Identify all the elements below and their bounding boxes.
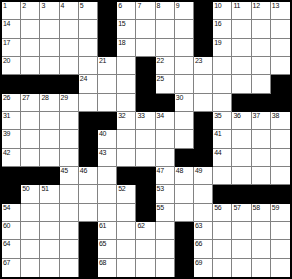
clue-number-61: 61 (99, 222, 106, 230)
white-cell-r4c5[interactable] (79, 57, 98, 75)
white-cell-r9c14[interactable] (252, 149, 271, 167)
clue-number-35: 35 (214, 112, 221, 120)
black-cell-r11c15 (271, 185, 290, 203)
white-cell-r4c12[interactable] (213, 57, 232, 75)
white-cell-r13c9[interactable] (156, 222, 175, 240)
white-cell-r4c11[interactable]: 23 (194, 57, 213, 75)
white-cell-r1c1[interactable]: 1 (2, 2, 21, 20)
white-cell-r13c13[interactable] (232, 222, 251, 240)
white-cell-r4c10[interactable] (175, 57, 194, 75)
white-cell-r14c7[interactable] (117, 240, 136, 258)
clue-number-60: 60 (3, 222, 10, 230)
black-cell-r14c10 (175, 240, 194, 258)
black-cell-r9c11 (194, 149, 213, 167)
white-cell-r12c4[interactable] (60, 204, 79, 222)
white-cell-r5c13[interactable] (232, 75, 251, 93)
white-cell-r4c13[interactable] (232, 57, 251, 75)
white-cell-r1c8[interactable]: 7 (136, 2, 155, 20)
black-cell-r10c1 (2, 167, 21, 185)
black-cell-r10c2 (21, 167, 40, 185)
white-cell-r14c14[interactable] (252, 240, 271, 258)
white-cell-r8c12[interactable]: 41 (213, 130, 232, 148)
white-cell-r8c8[interactable] (136, 130, 155, 148)
white-cell-r5c12[interactable] (213, 75, 232, 93)
white-cell-r2c12[interactable]: 16 (213, 20, 232, 38)
white-cell-r13c3[interactable] (40, 222, 59, 240)
white-cell-r9c1[interactable]: 42 (2, 149, 21, 167)
white-cell-r8c14[interactable] (252, 130, 271, 148)
white-cell-r15c2[interactable] (21, 259, 40, 277)
white-cell-r1c10[interactable]: 9 (175, 2, 194, 20)
clue-number-63: 63 (195, 222, 202, 230)
white-cell-r14c1[interactable]: 64 (2, 240, 21, 258)
clue-number-7: 7 (137, 2, 141, 10)
white-cell-r11c4[interactable] (60, 185, 79, 203)
white-cell-r8c2[interactable] (21, 130, 40, 148)
white-cell-r10c11[interactable]: 49 (194, 167, 213, 185)
white-cell-r2c15[interactable] (271, 20, 290, 38)
white-cell-r4c15[interactable] (271, 57, 290, 75)
white-cell-r12c7[interactable] (117, 204, 136, 222)
white-cell-r14c9[interactable] (156, 240, 175, 258)
black-cell-r7c5 (79, 112, 98, 130)
white-cell-r13c14[interactable] (252, 222, 271, 240)
white-cell-r7c10[interactable] (175, 112, 194, 130)
clue-number-55: 55 (157, 204, 164, 212)
clue-number-56: 56 (214, 204, 221, 212)
black-cell-r11c8 (136, 185, 155, 203)
black-cell-r9c5 (79, 149, 98, 167)
black-cell-r6c9 (156, 94, 175, 112)
black-cell-r6c14 (252, 94, 271, 112)
clue-number-13: 13 (272, 2, 279, 10)
white-cell-r7c12[interactable]: 35 (213, 112, 232, 130)
white-cell-r8c9[interactable] (156, 130, 175, 148)
clue-number-16: 16 (214, 20, 221, 28)
white-cell-r5c10[interactable] (175, 75, 194, 93)
black-cell-r5c1 (2, 75, 21, 93)
clue-number-39: 39 (3, 130, 10, 138)
white-cell-r13c11[interactable]: 63 (194, 222, 213, 240)
clue-number-32: 32 (118, 112, 125, 120)
white-cell-r2c10[interactable] (175, 20, 194, 38)
white-cell-r3c13[interactable] (232, 39, 251, 57)
black-cell-r6c8 (136, 94, 155, 112)
white-cell-r9c15[interactable] (271, 149, 290, 167)
white-cell-r15c6[interactable]: 68 (98, 259, 117, 277)
clue-number-24: 24 (80, 75, 87, 83)
white-cell-r10c6[interactable] (98, 167, 117, 185)
white-cell-r7c15[interactable]: 38 (271, 112, 290, 130)
black-cell-r5c3 (40, 75, 59, 93)
white-cell-r15c12[interactable] (213, 259, 232, 277)
white-cell-r1c12[interactable]: 10 (213, 2, 232, 20)
clue-number-38: 38 (272, 112, 279, 120)
white-cell-r3c9[interactable] (156, 39, 175, 57)
white-cell-r3c2[interactable] (21, 39, 40, 57)
clue-number-5: 5 (80, 2, 84, 10)
clue-number-2: 2 (22, 2, 26, 10)
clue-number-69: 69 (195, 259, 202, 267)
clue-number-31: 31 (3, 112, 10, 120)
black-cell-r11c14 (252, 185, 271, 203)
black-cell-r5c4 (60, 75, 79, 93)
white-cell-r2c7[interactable]: 15 (117, 20, 136, 38)
black-cell-r11c13 (232, 185, 251, 203)
white-cell-r14c4[interactable] (60, 240, 79, 258)
white-cell-r11c7[interactable]: 52 (117, 185, 136, 203)
white-cell-r11c6[interactable] (98, 185, 117, 203)
white-cell-r8c3[interactable] (40, 130, 59, 148)
black-cell-r8c11 (194, 130, 213, 148)
white-cell-r13c6[interactable]: 61 (98, 222, 117, 240)
white-cell-r14c13[interactable] (232, 240, 251, 258)
white-cell-r9c13[interactable] (232, 149, 251, 167)
white-cell-r6c12[interactable] (213, 94, 232, 112)
white-cell-r11c5[interactable] (79, 185, 98, 203)
clue-number-22: 22 (157, 57, 164, 65)
clue-number-11: 11 (233, 2, 240, 10)
white-cell-r8c15[interactable] (271, 130, 290, 148)
clue-number-34: 34 (157, 112, 164, 120)
white-cell-r2c2[interactable] (21, 20, 40, 38)
clue-number-29: 29 (61, 94, 68, 102)
white-cell-r2c8[interactable] (136, 20, 155, 38)
black-cell-r5c8 (136, 75, 155, 93)
white-cell-r6c3[interactable]: 28 (40, 94, 59, 112)
clue-number-21: 21 (99, 57, 106, 65)
white-cell-r2c1[interactable]: 14 (2, 20, 21, 38)
white-cell-r12c10[interactable] (175, 204, 194, 222)
clue-number-3: 3 (41, 2, 45, 10)
black-cell-r5c15 (271, 75, 290, 93)
white-cell-r3c5[interactable] (79, 39, 98, 57)
white-cell-r10c5[interactable]: 46 (79, 167, 98, 185)
clue-number-12: 12 (253, 2, 260, 10)
clue-number-37: 37 (253, 112, 260, 120)
clue-number-57: 57 (233, 204, 240, 212)
white-cell-r4c7[interactable] (117, 57, 136, 75)
white-cell-r6c10[interactable]: 30 (175, 94, 194, 112)
white-cell-r9c4[interactable] (60, 149, 79, 167)
black-cell-r10c8 (136, 167, 155, 185)
black-cell-r4c8 (136, 57, 155, 75)
black-cell-r6c13 (232, 94, 251, 112)
white-cell-r10c9[interactable]: 47 (156, 167, 175, 185)
black-cell-r3c11 (194, 39, 213, 57)
white-cell-r4c4[interactable] (60, 57, 79, 75)
clue-number-6: 6 (118, 2, 122, 10)
clue-number-58: 58 (253, 204, 260, 212)
white-cell-r9c8[interactable] (136, 149, 155, 167)
white-cell-r13c15[interactable] (271, 222, 290, 240)
white-cell-r14c15[interactable] (271, 240, 290, 258)
clue-number-66: 66 (195, 240, 202, 248)
black-cell-r9c10 (175, 149, 194, 167)
clue-number-33: 33 (137, 112, 144, 120)
white-cell-r12c13[interactable]: 57 (232, 204, 251, 222)
white-cell-r5c6[interactable] (98, 75, 117, 93)
white-cell-r3c12[interactable]: 19 (213, 39, 232, 57)
white-cell-r3c7[interactable]: 18 (117, 39, 136, 57)
clue-number-10: 10 (214, 2, 221, 10)
black-cell-r10c7 (117, 167, 136, 185)
white-cell-r10c4[interactable]: 45 (60, 167, 79, 185)
white-cell-r15c11[interactable]: 69 (194, 259, 213, 277)
white-cell-r4c3[interactable] (40, 57, 59, 75)
white-cell-r10c12[interactable] (213, 167, 232, 185)
clue-number-62: 62 (137, 222, 144, 230)
clue-number-68: 68 (99, 259, 106, 267)
white-cell-r13c8[interactable]: 62 (136, 222, 155, 240)
white-cell-r12c3[interactable] (40, 204, 59, 222)
white-cell-r9c6[interactable]: 43 (98, 149, 117, 167)
clue-number-64: 64 (3, 240, 10, 248)
clue-number-30: 30 (176, 94, 183, 102)
white-cell-r1c4[interactable]: 4 (60, 2, 79, 20)
clue-number-14: 14 (3, 20, 10, 28)
white-cell-r1c9[interactable]: 8 (156, 2, 175, 20)
clue-number-19: 19 (214, 39, 221, 47)
white-cell-r9c7[interactable] (117, 149, 136, 167)
clue-number-40: 40 (99, 130, 106, 138)
white-cell-r12c6[interactable] (98, 204, 117, 222)
black-cell-r15c10 (175, 259, 194, 277)
white-cell-r14c3[interactable] (40, 240, 59, 258)
black-cell-r15c5 (79, 259, 98, 277)
black-cell-r6c15 (271, 94, 290, 112)
white-cell-r3c1[interactable]: 17 (2, 39, 21, 57)
white-cell-r1c15[interactable]: 13 (271, 2, 290, 20)
white-cell-r15c8[interactable] (136, 259, 155, 277)
black-cell-r8c5 (79, 130, 98, 148)
clue-number-48: 48 (176, 167, 183, 175)
clue-number-47: 47 (157, 167, 164, 175)
white-cell-r15c7[interactable] (117, 259, 136, 277)
clue-number-4: 4 (61, 2, 65, 10)
clue-number-51: 51 (41, 185, 48, 193)
white-cell-r15c15[interactable] (271, 259, 290, 277)
white-cell-r4c2[interactable] (21, 57, 40, 75)
white-cell-r5c5[interactable]: 24 (79, 75, 98, 93)
white-cell-r14c11[interactable]: 66 (194, 240, 213, 258)
black-cell-r2c6 (98, 20, 117, 38)
white-cell-r7c9[interactable]: 34 (156, 112, 175, 130)
white-cell-r14c6[interactable]: 65 (98, 240, 117, 258)
white-cell-r3c4[interactable] (60, 39, 79, 57)
white-cell-r8c1[interactable]: 39 (2, 130, 21, 148)
white-cell-r15c9[interactable] (156, 259, 175, 277)
white-cell-r12c11[interactable] (194, 204, 213, 222)
white-cell-r6c11[interactable] (194, 94, 213, 112)
clue-number-23: 23 (195, 57, 202, 65)
clue-number-28: 28 (41, 94, 48, 102)
white-cell-r8c10[interactable] (175, 130, 194, 148)
clue-number-9: 9 (176, 2, 180, 10)
white-cell-r10c13[interactable] (232, 167, 251, 185)
white-cell-r12c2[interactable] (21, 204, 40, 222)
white-cell-r9c12[interactable]: 44 (213, 149, 232, 167)
clue-number-27: 27 (22, 94, 29, 102)
black-cell-r10c3 (40, 167, 59, 185)
white-cell-r9c2[interactable] (21, 149, 40, 167)
black-cell-r3c6 (98, 39, 117, 57)
white-cell-r3c15[interactable] (271, 39, 290, 57)
black-cell-r12c8 (136, 204, 155, 222)
clue-number-18: 18 (118, 39, 125, 47)
white-cell-r12c14[interactable]: 58 (252, 204, 271, 222)
white-cell-r10c14[interactable] (252, 167, 271, 185)
clue-number-26: 26 (3, 94, 10, 102)
white-cell-r12c12[interactable]: 56 (213, 204, 232, 222)
black-cell-r11c1 (2, 185, 21, 203)
clue-number-45: 45 (61, 167, 68, 175)
white-cell-r15c3[interactable] (40, 259, 59, 277)
clue-number-49: 49 (195, 167, 202, 175)
clue-number-25: 25 (157, 75, 164, 83)
white-cell-r13c1[interactable]: 60 (2, 222, 21, 240)
white-cell-r3c3[interactable] (40, 39, 59, 57)
black-cell-r1c11 (194, 2, 213, 20)
white-cell-r6c5[interactable] (79, 94, 98, 112)
white-cell-r4c14[interactable] (252, 57, 271, 75)
white-cell-r7c8[interactable]: 33 (136, 112, 155, 130)
white-cell-r3c8[interactable] (136, 39, 155, 57)
white-cell-r6c2[interactable]: 27 (21, 94, 40, 112)
black-cell-r13c10 (175, 222, 194, 240)
black-cell-r5c2 (21, 75, 40, 93)
white-cell-r7c7[interactable]: 32 (117, 112, 136, 130)
clue-number-42: 42 (3, 149, 10, 157)
clue-number-46: 46 (80, 167, 87, 175)
white-cell-r11c3[interactable]: 51 (40, 185, 59, 203)
clue-number-20: 20 (3, 57, 10, 65)
white-cell-r1c3[interactable]: 3 (40, 2, 59, 20)
white-cell-r11c11[interactable] (194, 185, 213, 203)
white-cell-r2c3[interactable] (40, 20, 59, 38)
white-cell-r15c14[interactable] (252, 259, 271, 277)
clue-number-41: 41 (214, 130, 221, 138)
clue-number-52: 52 (118, 185, 125, 193)
white-cell-r15c13[interactable] (232, 259, 251, 277)
white-cell-r12c9[interactable]: 55 (156, 204, 175, 222)
white-cell-r2c13[interactable] (232, 20, 251, 38)
clue-number-1: 1 (3, 2, 7, 10)
white-cell-r11c2[interactable]: 50 (21, 185, 40, 203)
white-cell-r7c13[interactable]: 36 (232, 112, 251, 130)
white-cell-r14c8[interactable] (136, 240, 155, 258)
white-cell-r2c9[interactable] (156, 20, 175, 38)
white-cell-r7c1[interactable]: 31 (2, 112, 21, 130)
white-cell-r13c7[interactable] (117, 222, 136, 240)
white-cell-r7c14[interactable]: 37 (252, 112, 271, 130)
white-cell-r7c4[interactable] (60, 112, 79, 130)
clue-number-53: 53 (157, 185, 164, 193)
black-cell-r2c11 (194, 20, 213, 38)
white-cell-r2c14[interactable] (252, 20, 271, 38)
clue-number-65: 65 (99, 240, 106, 248)
white-cell-r3c10[interactable] (175, 39, 194, 57)
white-cell-r10c10[interactable]: 48 (175, 167, 194, 185)
white-cell-r11c9[interactable]: 53 (156, 185, 175, 203)
white-cell-r7c3[interactable] (40, 112, 59, 130)
clue-number-54: 54 (3, 204, 10, 212)
white-cell-r13c2[interactable] (21, 222, 40, 240)
clue-number-67: 67 (3, 259, 10, 267)
clue-number-8: 8 (157, 2, 161, 10)
black-cell-r11c12 (213, 185, 232, 203)
white-cell-r2c4[interactable] (60, 20, 79, 38)
white-cell-r13c12[interactable] (213, 222, 232, 240)
black-cell-r14c5 (79, 240, 98, 258)
white-cell-r5c7[interactable] (117, 75, 136, 93)
white-cell-r5c11[interactable] (194, 75, 213, 93)
white-cell-r8c7[interactable] (117, 130, 136, 148)
clue-number-17: 17 (3, 39, 10, 47)
white-cell-r12c15[interactable]: 59 (271, 204, 290, 222)
white-cell-r3c14[interactable] (252, 39, 271, 57)
white-cell-r4c6[interactable]: 21 (98, 57, 117, 75)
white-cell-r1c5[interactable]: 5 (79, 2, 98, 20)
white-cell-r7c2[interactable] (21, 112, 40, 130)
white-cell-r5c9[interactable]: 25 (156, 75, 175, 93)
white-cell-r2c5[interactable] (79, 20, 98, 38)
white-cell-r12c1[interactable]: 54 (2, 204, 21, 222)
clue-number-44: 44 (214, 149, 221, 157)
white-cell-r6c7[interactable] (117, 94, 136, 112)
white-cell-r1c14[interactable]: 12 (252, 2, 271, 20)
black-cell-r13c5 (79, 222, 98, 240)
white-cell-r9c3[interactable] (40, 149, 59, 167)
white-cell-r4c1[interactable]: 20 (2, 57, 21, 75)
white-cell-r1c2[interactable]: 2 (21, 2, 40, 20)
clue-number-36: 36 (233, 112, 240, 120)
clue-number-50: 50 (22, 185, 29, 193)
black-cell-r7c6 (98, 112, 117, 130)
white-cell-r1c7[interactable]: 6 (117, 2, 136, 20)
white-cell-r4c9[interactable]: 22 (156, 57, 175, 75)
white-cell-r8c4[interactable] (60, 130, 79, 148)
clue-number-43: 43 (99, 149, 106, 157)
white-cell-r6c6[interactable] (98, 94, 117, 112)
crossword-grid: 1234567891011121314151617181920212223242… (0, 0, 292, 279)
white-cell-r11c10[interactable] (175, 185, 194, 203)
white-cell-r10c15[interactable] (271, 167, 290, 185)
clue-number-15: 15 (118, 20, 125, 28)
white-cell-r6c1[interactable]: 26 (2, 94, 21, 112)
white-cell-r8c13[interactable] (232, 130, 251, 148)
white-cell-r15c1[interactable]: 67 (2, 259, 21, 277)
white-cell-r8c6[interactable]: 40 (98, 130, 117, 148)
white-cell-r14c2[interactable] (21, 240, 40, 258)
white-cell-r13c4[interactable] (60, 222, 79, 240)
white-cell-r1c13[interactable]: 11 (232, 2, 251, 20)
white-cell-r6c4[interactable]: 29 (60, 94, 79, 112)
clue-number-59: 59 (272, 204, 279, 212)
white-cell-r5c14[interactable] (252, 75, 271, 93)
white-cell-r9c9[interactable] (156, 149, 175, 167)
white-cell-r14c12[interactable] (213, 240, 232, 258)
black-cell-r1c6 (98, 2, 117, 20)
black-cell-r7c11 (194, 112, 213, 130)
white-cell-r15c4[interactable] (60, 259, 79, 277)
white-cell-r12c5[interactable] (79, 204, 98, 222)
